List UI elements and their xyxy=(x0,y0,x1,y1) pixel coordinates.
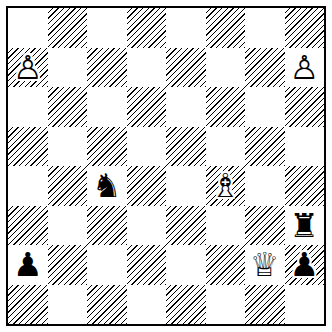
square-h6[interactable] xyxy=(285,87,325,127)
piece-white-pawn: ♙ xyxy=(285,48,325,88)
square-g1[interactable] xyxy=(245,285,285,325)
square-b8[interactable] xyxy=(48,8,88,48)
square-c7[interactable] xyxy=(87,48,127,88)
piece-black-pawn: ♟ xyxy=(8,245,48,285)
square-e1[interactable] xyxy=(166,285,206,325)
square-g7[interactable] xyxy=(245,48,285,88)
square-e2[interactable] xyxy=(166,245,206,285)
square-f2[interactable] xyxy=(206,245,246,285)
square-b7[interactable] xyxy=(48,48,88,88)
square-a7[interactable]: ♟♙ xyxy=(8,48,48,88)
square-a1[interactable] xyxy=(8,285,48,325)
square-h4[interactable] xyxy=(285,166,325,206)
piece-halo: ♜ xyxy=(285,206,325,246)
piece-halo: ♛ xyxy=(245,245,285,285)
chess-board-frame: ♟♙♟♙♞♞♝♗♜♜♟♟♛♕♟♟ xyxy=(6,6,326,326)
square-a2[interactable]: ♟♟ xyxy=(8,245,48,285)
piece-black-knight: ♞ xyxy=(87,166,127,206)
square-h5[interactable] xyxy=(285,127,325,167)
square-a5[interactable] xyxy=(8,127,48,167)
square-f3[interactable] xyxy=(206,206,246,246)
piece-halo: ♟ xyxy=(8,245,48,285)
square-c6[interactable] xyxy=(87,87,127,127)
square-e4[interactable] xyxy=(166,166,206,206)
square-c4[interactable]: ♞♞ xyxy=(87,166,127,206)
chess-board: ♟♙♟♙♞♞♝♗♜♜♟♟♛♕♟♟ xyxy=(8,8,324,324)
square-f1[interactable] xyxy=(206,285,246,325)
square-f6[interactable] xyxy=(206,87,246,127)
square-f8[interactable] xyxy=(206,8,246,48)
square-b2[interactable] xyxy=(48,245,88,285)
square-g3[interactable] xyxy=(245,206,285,246)
square-c2[interactable] xyxy=(87,245,127,285)
piece-white-bishop: ♗ xyxy=(206,166,246,206)
square-b1[interactable] xyxy=(48,285,88,325)
piece-halo: ♞ xyxy=(87,166,127,206)
square-c5[interactable] xyxy=(87,127,127,167)
piece-black-pawn: ♟ xyxy=(285,245,325,285)
square-b5[interactable] xyxy=(48,127,88,167)
piece-halo: ♟ xyxy=(8,48,48,88)
square-h2[interactable]: ♟♟ xyxy=(285,245,325,285)
square-d2[interactable] xyxy=(127,245,167,285)
piece-halo: ♝ xyxy=(206,166,246,206)
square-h1[interactable] xyxy=(285,285,325,325)
square-e6[interactable] xyxy=(166,87,206,127)
square-d1[interactable] xyxy=(127,285,167,325)
square-a6[interactable] xyxy=(8,87,48,127)
square-a8[interactable] xyxy=(8,8,48,48)
square-d8[interactable] xyxy=(127,8,167,48)
square-g6[interactable] xyxy=(245,87,285,127)
square-e5[interactable] xyxy=(166,127,206,167)
square-g8[interactable] xyxy=(245,8,285,48)
square-d7[interactable] xyxy=(127,48,167,88)
square-h3[interactable]: ♜♜ xyxy=(285,206,325,246)
square-f4[interactable]: ♝♗ xyxy=(206,166,246,206)
square-e8[interactable] xyxy=(166,8,206,48)
square-f7[interactable] xyxy=(206,48,246,88)
square-g4[interactable] xyxy=(245,166,285,206)
piece-halo: ♟ xyxy=(285,245,325,285)
square-h8[interactable] xyxy=(285,8,325,48)
square-d4[interactable] xyxy=(127,166,167,206)
piece-white-queen: ♕ xyxy=(245,245,285,285)
square-b4[interactable] xyxy=(48,166,88,206)
piece-halo: ♟ xyxy=(285,48,325,88)
piece-black-rook: ♜ xyxy=(285,206,325,246)
square-g2[interactable]: ♛♕ xyxy=(245,245,285,285)
square-f5[interactable] xyxy=(206,127,246,167)
square-d6[interactable] xyxy=(127,87,167,127)
square-b6[interactable] xyxy=(48,87,88,127)
square-d3[interactable] xyxy=(127,206,167,246)
square-h7[interactable]: ♟♙ xyxy=(285,48,325,88)
square-c8[interactable] xyxy=(87,8,127,48)
square-e3[interactable] xyxy=(166,206,206,246)
square-g5[interactable] xyxy=(245,127,285,167)
square-c1[interactable] xyxy=(87,285,127,325)
square-d5[interactable] xyxy=(127,127,167,167)
square-a4[interactable] xyxy=(8,166,48,206)
piece-white-pawn: ♙ xyxy=(8,48,48,88)
square-a3[interactable] xyxy=(8,206,48,246)
square-c3[interactable] xyxy=(87,206,127,246)
square-e7[interactable] xyxy=(166,48,206,88)
square-b3[interactable] xyxy=(48,206,88,246)
